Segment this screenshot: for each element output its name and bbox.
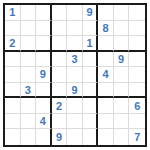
cell-r4c1-empty[interactable] xyxy=(5,52,21,68)
cell-r7c7-empty[interactable] xyxy=(98,98,114,114)
cell-r8c3-given-4[interactable]: 4 xyxy=(36,114,52,130)
cell-r9c3-empty[interactable] xyxy=(36,129,52,145)
cell-r2c5-empty[interactable] xyxy=(67,21,83,37)
cell-r4c2-empty[interactable] xyxy=(21,52,37,68)
cell-r6c1-empty[interactable] xyxy=(5,83,21,99)
cell-r9c1-empty[interactable] xyxy=(5,129,21,145)
sudoku-board: 1982139943926497 xyxy=(3,3,147,147)
cell-r4c3-empty[interactable] xyxy=(36,52,52,68)
cell-r6c2-given-3[interactable]: 3 xyxy=(21,83,37,99)
cell-r8c7-empty[interactable] xyxy=(98,114,114,130)
cell-r3c1-given-2[interactable]: 2 xyxy=(5,36,21,52)
cell-r9c7-empty[interactable] xyxy=(98,129,114,145)
cell-r2c3-empty[interactable] xyxy=(36,21,52,37)
cell-r3c7-empty[interactable] xyxy=(98,36,114,52)
cell-r5c4-empty[interactable] xyxy=(52,67,68,83)
cell-r6c3-empty[interactable] xyxy=(36,83,52,99)
cell-r8c5-empty[interactable] xyxy=(67,114,83,130)
cell-r5c2-empty[interactable] xyxy=(21,67,37,83)
cell-r7c4-given-2[interactable]: 2 xyxy=(52,98,68,114)
cell-r1c6-given-9[interactable]: 9 xyxy=(83,5,99,21)
cell-r2c2-empty[interactable] xyxy=(21,21,37,37)
cell-r5c6-empty[interactable] xyxy=(83,67,99,83)
cell-r4c9-empty[interactable] xyxy=(129,52,145,68)
cell-r8c8-empty[interactable] xyxy=(114,114,130,130)
cell-r5c8-empty[interactable] xyxy=(114,67,130,83)
cell-r6c5-given-9[interactable]: 9 xyxy=(67,83,83,99)
cell-r1c4-empty[interactable] xyxy=(52,5,68,21)
cell-r8c9-empty[interactable] xyxy=(129,114,145,130)
cell-r9c8-empty[interactable] xyxy=(114,129,130,145)
cell-r6c6-empty[interactable] xyxy=(83,83,99,99)
cell-r2c9-empty[interactable] xyxy=(129,21,145,37)
cell-r6c7-empty[interactable] xyxy=(98,83,114,99)
cell-r4c7-empty[interactable] xyxy=(98,52,114,68)
cell-r6c9-empty[interactable] xyxy=(129,83,145,99)
cell-r5c5-empty[interactable] xyxy=(67,67,83,83)
cell-r7c2-empty[interactable] xyxy=(21,98,37,114)
cell-r7c6-empty[interactable] xyxy=(83,98,99,114)
cell-r9c5-empty[interactable] xyxy=(67,129,83,145)
cell-r1c3-empty[interactable] xyxy=(36,5,52,21)
cell-r7c1-empty[interactable] xyxy=(5,98,21,114)
cell-r4c4-empty[interactable] xyxy=(52,52,68,68)
cell-r4c6-empty[interactable] xyxy=(83,52,99,68)
cell-r7c3-empty[interactable] xyxy=(36,98,52,114)
cell-r8c6-empty[interactable] xyxy=(83,114,99,130)
cell-r2c6-empty[interactable] xyxy=(83,21,99,37)
cell-r3c4-empty[interactable] xyxy=(52,36,68,52)
cell-r7c9-given-6[interactable]: 6 xyxy=(129,98,145,114)
cell-r6c8-empty[interactable] xyxy=(114,83,130,99)
cell-r3c6-given-1[interactable]: 1 xyxy=(83,36,99,52)
cell-r4c8-given-9[interactable]: 9 xyxy=(114,52,130,68)
cell-r1c2-empty[interactable] xyxy=(21,5,37,21)
sudoku-page: 1982139943926497 xyxy=(0,0,150,150)
cell-r1c7-empty[interactable] xyxy=(98,5,114,21)
cell-r2c8-empty[interactable] xyxy=(114,21,130,37)
cell-r2c4-empty[interactable] xyxy=(52,21,68,37)
cell-r1c1-given-1[interactable]: 1 xyxy=(5,5,21,21)
cell-r6c4-empty[interactable] xyxy=(52,83,68,99)
cell-r5c1-empty[interactable] xyxy=(5,67,21,83)
cell-r4c5-given-3[interactable]: 3 xyxy=(67,52,83,68)
cell-r7c5-empty[interactable] xyxy=(67,98,83,114)
cell-r1c5-empty[interactable] xyxy=(67,5,83,21)
cell-r1c9-empty[interactable] xyxy=(129,5,145,21)
cell-r2c1-empty[interactable] xyxy=(5,21,21,37)
cell-r3c5-empty[interactable] xyxy=(67,36,83,52)
cell-r8c2-empty[interactable] xyxy=(21,114,37,130)
cell-r9c9-given-7[interactable]: 7 xyxy=(129,129,145,145)
cell-r5c3-given-9[interactable]: 9 xyxy=(36,67,52,83)
cell-r9c2-empty[interactable] xyxy=(21,129,37,145)
cell-r2c7-given-8[interactable]: 8 xyxy=(98,21,114,37)
cell-r5c7-given-4[interactable]: 4 xyxy=(98,67,114,83)
cell-r8c4-empty[interactable] xyxy=(52,114,68,130)
cell-r9c6-empty[interactable] xyxy=(83,129,99,145)
cell-r5c9-empty[interactable] xyxy=(129,67,145,83)
cell-r7c8-empty[interactable] xyxy=(114,98,130,114)
cell-r3c2-empty[interactable] xyxy=(21,36,37,52)
cell-r1c8-empty[interactable] xyxy=(114,5,130,21)
cell-r9c4-given-9[interactable]: 9 xyxy=(52,129,68,145)
cell-r3c9-empty[interactable] xyxy=(129,36,145,52)
cell-r8c1-empty[interactable] xyxy=(5,114,21,130)
cell-r3c3-empty[interactable] xyxy=(36,36,52,52)
cell-r3c8-empty[interactable] xyxy=(114,36,130,52)
